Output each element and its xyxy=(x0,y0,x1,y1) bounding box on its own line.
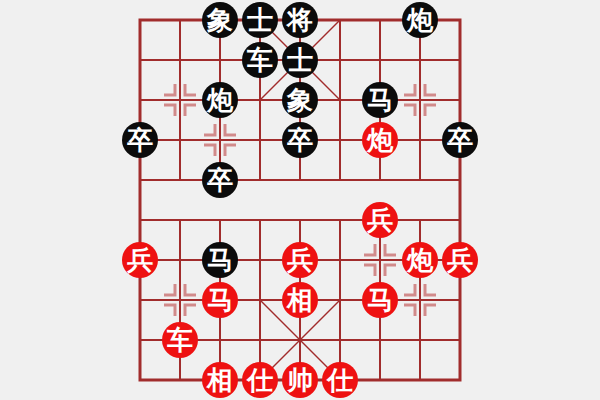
red-elephant[interactable]: 相 xyxy=(282,282,318,318)
black-advisor[interactable]: 士 xyxy=(282,42,318,78)
black-soldier[interactable]: 卒 xyxy=(442,122,478,158)
red-cannon[interactable]: 炮 xyxy=(362,122,398,158)
black-cannon[interactable]: 炮 xyxy=(202,82,238,118)
black-elephant[interactable]: 象 xyxy=(282,82,318,118)
red-general[interactable]: 帅 xyxy=(282,362,318,398)
red-soldier[interactable]: 兵 xyxy=(362,202,398,238)
red-elephant[interactable]: 相 xyxy=(202,362,238,398)
black-advisor[interactable]: 士 xyxy=(242,2,278,38)
black-soldier[interactable]: 卒 xyxy=(122,122,158,158)
red-soldier[interactable]: 兵 xyxy=(442,242,478,278)
red-advisor[interactable]: 仕 xyxy=(242,362,278,398)
red-horse[interactable]: 马 xyxy=(202,282,238,318)
black-horse[interactable]: 马 xyxy=(362,82,398,118)
black-horse[interactable]: 马 xyxy=(202,242,238,278)
red-advisor[interactable]: 仕 xyxy=(322,362,358,398)
red-cannon[interactable]: 炮 xyxy=(402,242,438,278)
xiangqi-board: 象士将炮车士炮象马卒卒卒卒马炮兵兵兵炮兵马相马车相仕帅仕 xyxy=(0,0,600,400)
black-chariot[interactable]: 车 xyxy=(242,42,278,78)
red-soldier[interactable]: 兵 xyxy=(282,242,318,278)
black-cannon[interactable]: 炮 xyxy=(402,2,438,38)
red-chariot[interactable]: 车 xyxy=(162,322,198,358)
red-soldier[interactable]: 兵 xyxy=(122,242,158,278)
black-soldier[interactable]: 卒 xyxy=(202,162,238,198)
black-elephant[interactable]: 象 xyxy=(202,2,238,38)
black-general[interactable]: 将 xyxy=(282,2,318,38)
black-soldier[interactable]: 卒 xyxy=(282,122,318,158)
red-horse[interactable]: 马 xyxy=(362,282,398,318)
